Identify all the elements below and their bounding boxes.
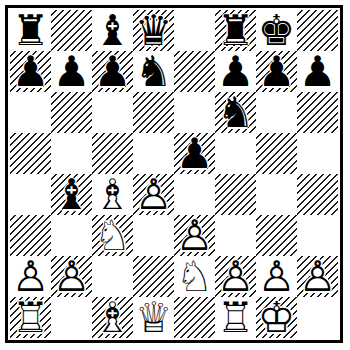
square-c5 xyxy=(92,133,133,174)
piece-glyph: ♟ xyxy=(92,51,133,92)
square-h5 xyxy=(297,133,338,174)
chess-board-frame: ♜♝♛♜♚♟♟♟♞♟♟♟♞♟♝♝♗♟♙♞♘♟♙♟♙♟♙♞♘♟♙♟♙♟♙♜♖♝♗♛… xyxy=(5,5,343,343)
square-h4 xyxy=(297,174,338,215)
square-h3 xyxy=(297,215,338,256)
piece-fill: ♝ xyxy=(92,174,133,215)
piece-glyph: ♞ xyxy=(133,51,174,92)
square-f2: ♟♙ xyxy=(215,256,256,297)
piece-glyph: ♟ xyxy=(10,51,51,92)
white-rook-piece: ♜♖ xyxy=(215,297,256,338)
piece-glyph: ♘ xyxy=(174,256,215,297)
piece-fill: ♟ xyxy=(174,215,215,256)
square-e3: ♟♙ xyxy=(174,215,215,256)
piece-glyph: ♙ xyxy=(174,215,215,256)
square-a5 xyxy=(10,133,51,174)
white-queen-piece: ♛♕ xyxy=(133,297,174,338)
black-pawn-piece: ♟ xyxy=(92,51,133,92)
piece-glyph: ♔ xyxy=(256,297,297,338)
piece-fill: ♝ xyxy=(92,297,133,338)
black-bishop-piece: ♝ xyxy=(51,174,92,215)
piece-glyph: ♗ xyxy=(92,297,133,338)
chess-board: ♜♝♛♜♚♟♟♟♞♟♟♟♞♟♝♝♗♟♙♞♘♟♙♟♙♟♙♞♘♟♙♟♙♟♙♜♖♝♗♛… xyxy=(10,10,338,338)
piece-glyph: ♟ xyxy=(174,133,215,174)
square-e8 xyxy=(174,10,215,51)
square-g2: ♟♙ xyxy=(256,256,297,297)
piece-glyph: ♖ xyxy=(215,297,256,338)
piece-glyph: ♗ xyxy=(92,174,133,215)
black-king-piece: ♚ xyxy=(256,10,297,51)
piece-glyph: ♞ xyxy=(215,92,256,133)
square-c2 xyxy=(92,256,133,297)
square-d3 xyxy=(133,215,174,256)
square-b7: ♟ xyxy=(51,51,92,92)
piece-glyph: ♟ xyxy=(297,51,338,92)
white-knight-piece: ♞♘ xyxy=(92,215,133,256)
piece-fill: ♚ xyxy=(256,297,297,338)
square-e7 xyxy=(174,51,215,92)
square-c8: ♝ xyxy=(92,10,133,51)
square-d2 xyxy=(133,256,174,297)
square-a4 xyxy=(10,174,51,215)
square-a2: ♟♙ xyxy=(10,256,51,297)
square-d7: ♞ xyxy=(133,51,174,92)
white-pawn-piece: ♟♙ xyxy=(10,256,51,297)
square-c6 xyxy=(92,92,133,133)
white-king-piece: ♚♔ xyxy=(256,297,297,338)
black-knight-piece: ♞ xyxy=(215,92,256,133)
square-f7: ♟ xyxy=(215,51,256,92)
square-h8 xyxy=(297,10,338,51)
square-g7: ♟ xyxy=(256,51,297,92)
square-d1: ♛♕ xyxy=(133,297,174,338)
square-h7: ♟ xyxy=(297,51,338,92)
piece-glyph: ♟ xyxy=(215,51,256,92)
piece-fill: ♟ xyxy=(215,256,256,297)
square-g4 xyxy=(256,174,297,215)
chess-diagram: ♜♝♛♜♚♟♟♟♞♟♟♟♞♟♝♝♗♟♙♞♘♟♙♟♙♟♙♞♘♟♙♟♙♟♙♜♖♝♗♛… xyxy=(0,0,350,350)
piece-glyph: ♙ xyxy=(133,174,174,215)
piece-fill: ♜ xyxy=(215,297,256,338)
piece-glyph: ♟ xyxy=(51,51,92,92)
square-e4 xyxy=(174,174,215,215)
piece-fill: ♞ xyxy=(92,215,133,256)
white-pawn-piece: ♟♙ xyxy=(174,215,215,256)
square-e6 xyxy=(174,92,215,133)
black-pawn-piece: ♟ xyxy=(256,51,297,92)
square-c7: ♟ xyxy=(92,51,133,92)
black-knight-piece: ♞ xyxy=(133,51,174,92)
piece-glyph: ♙ xyxy=(51,256,92,297)
square-e2: ♞♘ xyxy=(174,256,215,297)
piece-fill: ♞ xyxy=(174,256,215,297)
piece-glyph: ♛ xyxy=(133,10,174,51)
square-f6: ♞ xyxy=(215,92,256,133)
black-rook-piece: ♜ xyxy=(215,10,256,51)
piece-glyph: ♝ xyxy=(51,174,92,215)
piece-fill: ♟ xyxy=(10,256,51,297)
square-f3 xyxy=(215,215,256,256)
square-a1: ♜♖ xyxy=(10,297,51,338)
square-g5 xyxy=(256,133,297,174)
black-pawn-piece: ♟ xyxy=(51,51,92,92)
square-g1: ♚♔ xyxy=(256,297,297,338)
square-f4 xyxy=(215,174,256,215)
piece-glyph: ♙ xyxy=(10,256,51,297)
white-pawn-piece: ♟♙ xyxy=(297,256,338,297)
square-b6 xyxy=(51,92,92,133)
black-rook-piece: ♜ xyxy=(10,10,51,51)
square-a7: ♟ xyxy=(10,51,51,92)
piece-fill: ♟ xyxy=(133,174,174,215)
square-c4: ♝♗ xyxy=(92,174,133,215)
white-pawn-piece: ♟♙ xyxy=(256,256,297,297)
piece-glyph: ♖ xyxy=(10,297,51,338)
square-h6 xyxy=(297,92,338,133)
square-h2: ♟♙ xyxy=(297,256,338,297)
white-knight-piece: ♞♘ xyxy=(174,256,215,297)
black-bishop-piece: ♝ xyxy=(92,10,133,51)
square-g6 xyxy=(256,92,297,133)
white-pawn-piece: ♟♙ xyxy=(215,256,256,297)
white-rook-piece: ♜♖ xyxy=(10,297,51,338)
white-pawn-piece: ♟♙ xyxy=(51,256,92,297)
piece-glyph: ♙ xyxy=(297,256,338,297)
piece-glyph: ♜ xyxy=(215,10,256,51)
black-pawn-piece: ♟ xyxy=(297,51,338,92)
square-c3: ♞♘ xyxy=(92,215,133,256)
square-a8: ♜ xyxy=(10,10,51,51)
piece-glyph: ♙ xyxy=(215,256,256,297)
piece-glyph: ♟ xyxy=(256,51,297,92)
square-d8: ♛ xyxy=(133,10,174,51)
square-a3 xyxy=(10,215,51,256)
piece-glyph: ♚ xyxy=(256,10,297,51)
square-f5 xyxy=(215,133,256,174)
square-g8: ♚ xyxy=(256,10,297,51)
square-e1 xyxy=(174,297,215,338)
black-queen-piece: ♛ xyxy=(133,10,174,51)
piece-fill: ♟ xyxy=(256,256,297,297)
piece-glyph: ♘ xyxy=(92,215,133,256)
square-d6 xyxy=(133,92,174,133)
white-pawn-piece: ♟♙ xyxy=(133,174,174,215)
piece-fill: ♜ xyxy=(10,297,51,338)
square-g3 xyxy=(256,215,297,256)
piece-glyph: ♕ xyxy=(133,297,174,338)
piece-glyph: ♙ xyxy=(256,256,297,297)
square-f1: ♜♖ xyxy=(215,297,256,338)
square-b1 xyxy=(51,297,92,338)
square-b4: ♝ xyxy=(51,174,92,215)
square-b5 xyxy=(51,133,92,174)
square-b8 xyxy=(51,10,92,51)
square-h1 xyxy=(297,297,338,338)
square-a6 xyxy=(10,92,51,133)
square-d5 xyxy=(133,133,174,174)
square-b3 xyxy=(51,215,92,256)
piece-fill: ♛ xyxy=(133,297,174,338)
black-pawn-piece: ♟ xyxy=(10,51,51,92)
piece-fill: ♟ xyxy=(51,256,92,297)
square-d4: ♟♙ xyxy=(133,174,174,215)
square-b2: ♟♙ xyxy=(51,256,92,297)
piece-glyph: ♜ xyxy=(10,10,51,51)
square-c1: ♝♗ xyxy=(92,297,133,338)
square-e5: ♟ xyxy=(174,133,215,174)
black-pawn-piece: ♟ xyxy=(215,51,256,92)
white-bishop-piece: ♝♗ xyxy=(92,297,133,338)
square-f8: ♜ xyxy=(215,10,256,51)
white-bishop-piece: ♝♗ xyxy=(92,174,133,215)
black-pawn-piece: ♟ xyxy=(174,133,215,174)
piece-fill: ♟ xyxy=(297,256,338,297)
piece-glyph: ♝ xyxy=(92,10,133,51)
